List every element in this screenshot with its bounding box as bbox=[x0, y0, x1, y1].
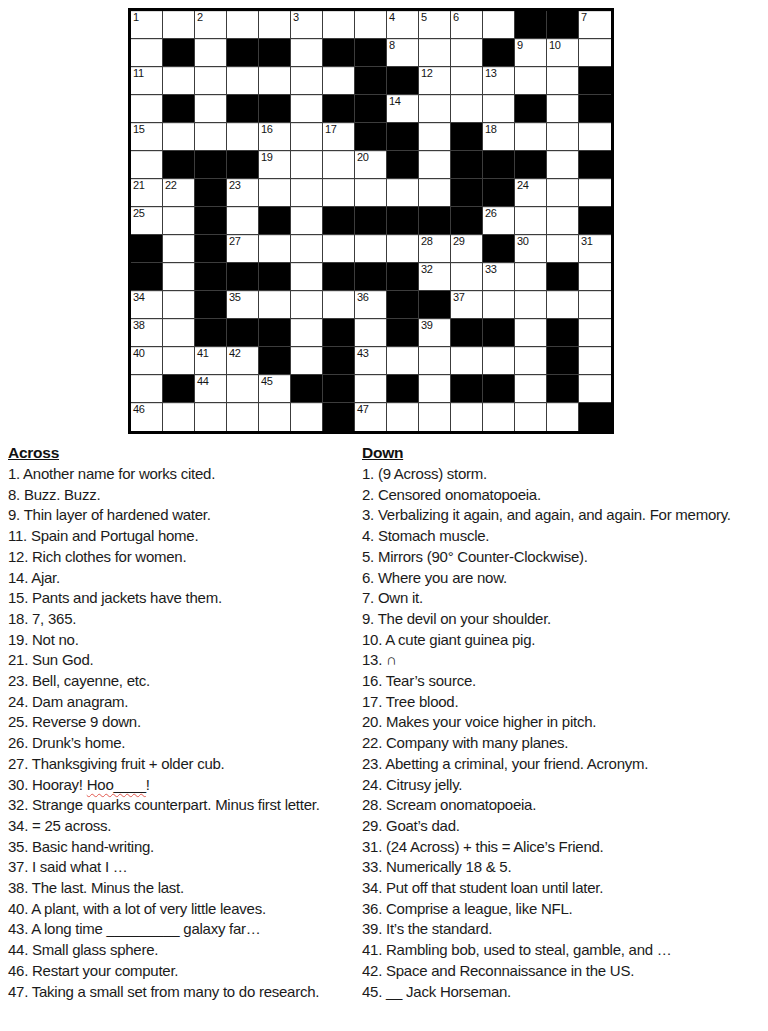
black-cell bbox=[387, 207, 419, 235]
cell-number: 9 bbox=[517, 39, 523, 52]
white-cell[interactable] bbox=[259, 179, 291, 207]
black-cell bbox=[195, 291, 227, 319]
black-cell bbox=[195, 207, 227, 235]
clue-down-17: 17. Tree blood. bbox=[362, 692, 731, 713]
cell-number: 45 bbox=[261, 375, 273, 388]
black-cell bbox=[579, 207, 611, 235]
across-clues-section: Across 1. Another name for works cited.8… bbox=[8, 442, 320, 1002]
white-cell[interactable]: 11 bbox=[131, 67, 163, 95]
white-cell[interactable] bbox=[163, 263, 195, 291]
white-cell[interactable] bbox=[419, 39, 451, 67]
black-cell bbox=[451, 179, 483, 207]
white-cell[interactable] bbox=[291, 319, 323, 347]
cell-number: 6 bbox=[453, 11, 459, 24]
clue-across-32: 32. Strange quarks counterpart. Minus fi… bbox=[8, 795, 320, 816]
clue-across-9: 9. Thin layer of hardened water. bbox=[8, 505, 320, 526]
white-cell[interactable]: 34 bbox=[131, 291, 163, 319]
clue-down-24: 24. Citrusy jelly. bbox=[362, 775, 731, 796]
white-cell[interactable] bbox=[227, 375, 259, 403]
white-cell[interactable]: 24 bbox=[515, 179, 547, 207]
cell-number: 22 bbox=[165, 179, 177, 192]
cell-number: 27 bbox=[229, 235, 241, 248]
white-cell[interactable] bbox=[291, 263, 323, 291]
white-cell[interactable]: 16 bbox=[259, 123, 291, 151]
white-cell[interactable] bbox=[291, 347, 323, 375]
black-cell bbox=[259, 95, 291, 123]
white-cell[interactable] bbox=[579, 263, 611, 291]
cell-number: 29 bbox=[453, 235, 465, 248]
black-cell bbox=[387, 319, 419, 347]
clue-across-35: 35. Basic hand-writing. bbox=[8, 837, 320, 858]
black-cell bbox=[291, 375, 323, 403]
black-cell bbox=[579, 151, 611, 179]
white-cell[interactable]: 20 bbox=[355, 151, 387, 179]
black-cell bbox=[227, 95, 259, 123]
white-cell[interactable] bbox=[483, 11, 515, 39]
clue-down-16: 16. Tear’s source. bbox=[362, 671, 731, 692]
clue-down-33: 33. Numerically 18 & 5. bbox=[362, 857, 731, 878]
white-cell[interactable] bbox=[291, 151, 323, 179]
clue-down-3: 3. Verbalizing it again, and again, and … bbox=[362, 505, 731, 526]
white-cell[interactable] bbox=[515, 291, 547, 319]
white-cell[interactable] bbox=[419, 95, 451, 123]
clue-across-23: 23. Bell, cayenne, etc. bbox=[8, 671, 320, 692]
white-cell[interactable]: 39 bbox=[419, 319, 451, 347]
white-cell[interactable] bbox=[131, 151, 163, 179]
black-cell bbox=[259, 39, 291, 67]
white-cell[interactable] bbox=[451, 39, 483, 67]
white-cell[interactable] bbox=[515, 403, 547, 431]
white-cell[interactable] bbox=[483, 291, 515, 319]
clue-down-4: 4. Stomach muscle. bbox=[362, 526, 731, 547]
clue-across-1: 1. Another name for works cited. bbox=[8, 464, 320, 485]
black-cell bbox=[547, 347, 579, 375]
white-cell[interactable] bbox=[291, 179, 323, 207]
black-cell bbox=[451, 375, 483, 403]
white-cell[interactable] bbox=[547, 151, 579, 179]
white-cell[interactable] bbox=[419, 375, 451, 403]
cell-number: 5 bbox=[421, 11, 427, 24]
white-cell[interactable] bbox=[163, 67, 195, 95]
black-cell bbox=[547, 11, 579, 39]
cell-number: 14 bbox=[389, 95, 401, 108]
black-cell bbox=[547, 375, 579, 403]
black-cell bbox=[515, 95, 547, 123]
white-cell[interactable] bbox=[451, 403, 483, 431]
white-cell[interactable] bbox=[547, 207, 579, 235]
white-cell[interactable] bbox=[259, 11, 291, 39]
clue-down-22: 22. Company with many planes. bbox=[362, 733, 731, 754]
black-cell bbox=[227, 319, 259, 347]
black-cell bbox=[387, 263, 419, 291]
white-cell[interactable] bbox=[227, 207, 259, 235]
across-clue-list: 1. Another name for works cited.8. Buzz.… bbox=[8, 464, 320, 1002]
cell-number: 31 bbox=[581, 235, 593, 248]
white-cell[interactable]: 7 bbox=[579, 11, 611, 39]
white-cell[interactable] bbox=[451, 95, 483, 123]
clue-across-8: 8. Buzz. Buzz. bbox=[8, 485, 320, 506]
white-cell[interactable] bbox=[355, 11, 387, 39]
cell-number: 40 bbox=[133, 347, 145, 360]
cell-number: 36 bbox=[357, 291, 369, 304]
white-cell[interactable] bbox=[547, 67, 579, 95]
white-cell[interactable] bbox=[195, 403, 227, 431]
white-cell[interactable] bbox=[323, 179, 355, 207]
white-cell[interactable]: 6 bbox=[451, 11, 483, 39]
clue-down-39: 39. It’s the standard. bbox=[362, 919, 731, 940]
white-cell[interactable]: 15 bbox=[131, 123, 163, 151]
black-cell bbox=[195, 263, 227, 291]
white-cell[interactable] bbox=[387, 179, 419, 207]
white-cell[interactable]: 25 bbox=[131, 207, 163, 235]
white-cell[interactable]: 21 bbox=[131, 179, 163, 207]
black-cell bbox=[195, 179, 227, 207]
down-clue-list: 1. (9 Across) storm.2. Censored onomatop… bbox=[362, 464, 731, 1002]
white-cell[interactable]: 9 bbox=[515, 39, 547, 67]
white-cell[interactable] bbox=[419, 179, 451, 207]
white-cell[interactable]: 38 bbox=[131, 319, 163, 347]
white-cell[interactable] bbox=[483, 347, 515, 375]
white-cell[interactable] bbox=[387, 347, 419, 375]
down-clues-section: Down 1. (9 Across) storm.2. Censored ono… bbox=[362, 442, 731, 1002]
white-cell[interactable] bbox=[483, 95, 515, 123]
white-cell[interactable]: 10 bbox=[547, 39, 579, 67]
black-cell bbox=[451, 319, 483, 347]
clue-across-18: 18. 7, 365. bbox=[8, 609, 320, 630]
white-cell[interactable]: 33 bbox=[483, 263, 515, 291]
black-cell bbox=[259, 263, 291, 291]
black-cell bbox=[515, 151, 547, 179]
white-cell[interactable]: 29 bbox=[451, 235, 483, 263]
white-cell[interactable]: 5 bbox=[419, 11, 451, 39]
cell-number: 42 bbox=[229, 347, 241, 360]
white-cell[interactable] bbox=[163, 123, 195, 151]
white-cell[interactable]: 19 bbox=[259, 151, 291, 179]
cell-number: 25 bbox=[133, 207, 145, 220]
clue-across-38: 38. The last. Minus the last. bbox=[8, 878, 320, 899]
white-cell[interactable] bbox=[515, 347, 547, 375]
clue-down-28: 28. Scream onomatopoeia. bbox=[362, 795, 731, 816]
white-cell[interactable] bbox=[291, 39, 323, 67]
black-cell bbox=[195, 151, 227, 179]
white-cell[interactable] bbox=[579, 179, 611, 207]
white-cell[interactable] bbox=[515, 375, 547, 403]
black-cell bbox=[387, 151, 419, 179]
white-cell[interactable] bbox=[131, 375, 163, 403]
misspelling-squiggle: Hoo____ bbox=[87, 776, 146, 793]
clue-across-25: 25. Reverse 9 down. bbox=[8, 712, 320, 733]
black-cell bbox=[419, 291, 451, 319]
black-cell bbox=[323, 403, 355, 431]
white-cell[interactable] bbox=[163, 319, 195, 347]
white-cell[interactable] bbox=[131, 39, 163, 67]
clue-across-40: 40. A plant, with a lot of very little l… bbox=[8, 899, 320, 920]
clue-down-42: 42. Space and Reconnaissance in the US. bbox=[362, 961, 731, 982]
clue-across-37: 37. I said what I … bbox=[8, 857, 320, 878]
black-cell bbox=[227, 151, 259, 179]
white-cell[interactable] bbox=[227, 403, 259, 431]
white-cell[interactable] bbox=[291, 67, 323, 95]
white-cell[interactable]: 42 bbox=[227, 347, 259, 375]
black-cell bbox=[483, 151, 515, 179]
clue-down-31: 31. (24 Across) + this = Alice’s Friend. bbox=[362, 837, 731, 858]
clue-down-9: 9. The devil on your shoulder. bbox=[362, 609, 731, 630]
black-cell bbox=[483, 235, 515, 263]
cell-number: 10 bbox=[549, 39, 561, 52]
white-cell[interactable] bbox=[355, 319, 387, 347]
white-cell[interactable] bbox=[355, 375, 387, 403]
black-cell bbox=[323, 347, 355, 375]
clue-down-5: 5. Mirrors (90° Counter-Clockwise). bbox=[362, 547, 731, 568]
black-cell bbox=[259, 319, 291, 347]
white-cell[interactable] bbox=[131, 95, 163, 123]
white-cell[interactable]: 37 bbox=[451, 291, 483, 319]
white-cell[interactable]: 46 bbox=[131, 403, 163, 431]
white-cell[interactable] bbox=[323, 291, 355, 319]
cell-number: 13 bbox=[485, 67, 497, 80]
white-cell[interactable] bbox=[579, 319, 611, 347]
white-cell[interactable]: 31 bbox=[579, 235, 611, 263]
white-cell[interactable]: 43 bbox=[355, 347, 387, 375]
cell-number: 8 bbox=[389, 39, 395, 52]
white-cell[interactable] bbox=[163, 403, 195, 431]
white-cell[interactable] bbox=[227, 67, 259, 95]
white-cell[interactable] bbox=[163, 235, 195, 263]
black-cell bbox=[323, 319, 355, 347]
cell-number: 20 bbox=[357, 151, 369, 164]
white-cell[interactable] bbox=[195, 123, 227, 151]
white-cell[interactable]: 45 bbox=[259, 375, 291, 403]
clue-down-34: 34. Put off that student loan until late… bbox=[362, 878, 731, 899]
white-cell[interactable] bbox=[259, 291, 291, 319]
white-cell[interactable]: 2 bbox=[195, 11, 227, 39]
white-cell[interactable] bbox=[451, 347, 483, 375]
cell-number: 17 bbox=[325, 123, 337, 136]
black-cell bbox=[355, 263, 387, 291]
black-cell bbox=[387, 123, 419, 151]
cell-number: 2 bbox=[197, 11, 203, 24]
black-cell bbox=[419, 207, 451, 235]
white-cell[interactable]: 1 bbox=[131, 11, 163, 39]
black-cell bbox=[451, 151, 483, 179]
clue-across-14: 14. Ajar. bbox=[8, 568, 320, 589]
white-cell[interactable] bbox=[515, 319, 547, 347]
white-cell[interactable]: 32 bbox=[419, 263, 451, 291]
white-cell[interactable] bbox=[259, 403, 291, 431]
black-cell bbox=[355, 207, 387, 235]
cell-number: 16 bbox=[261, 123, 273, 136]
white-cell[interactable]: 28 bbox=[419, 235, 451, 263]
crossword-grid[interactable]: 1234567891011121314151617181920212223242… bbox=[128, 8, 614, 434]
white-cell[interactable] bbox=[291, 235, 323, 263]
white-cell[interactable] bbox=[163, 347, 195, 375]
black-cell bbox=[387, 67, 419, 95]
black-cell bbox=[131, 235, 163, 263]
white-cell[interactable] bbox=[163, 11, 195, 39]
white-cell[interactable]: 40 bbox=[131, 347, 163, 375]
cell-number: 43 bbox=[357, 347, 369, 360]
white-cell[interactable] bbox=[515, 263, 547, 291]
white-cell[interactable] bbox=[227, 11, 259, 39]
white-cell[interactable] bbox=[483, 403, 515, 431]
black-cell bbox=[259, 347, 291, 375]
white-cell[interactable] bbox=[195, 39, 227, 67]
cell-number: 39 bbox=[421, 319, 433, 332]
white-cell[interactable] bbox=[451, 67, 483, 95]
white-cell[interactable] bbox=[291, 403, 323, 431]
clue-across-44: 44. Small glass sphere. bbox=[8, 940, 320, 961]
white-cell[interactable] bbox=[323, 67, 355, 95]
white-cell[interactable] bbox=[579, 39, 611, 67]
white-cell[interactable]: 47 bbox=[355, 403, 387, 431]
clue-across-24: 24. Dam anagram. bbox=[8, 692, 320, 713]
black-cell bbox=[323, 263, 355, 291]
white-cell[interactable]: 35 bbox=[227, 291, 259, 319]
black-cell bbox=[579, 403, 611, 431]
black-cell bbox=[483, 39, 515, 67]
white-cell[interactable] bbox=[515, 207, 547, 235]
white-cell[interactable] bbox=[547, 403, 579, 431]
white-cell[interactable]: 30 bbox=[515, 235, 547, 263]
black-cell bbox=[163, 375, 195, 403]
white-cell[interactable] bbox=[579, 291, 611, 319]
white-cell[interactable] bbox=[163, 291, 195, 319]
white-cell[interactable] bbox=[579, 123, 611, 151]
clue-down-6: 6. Where you are now. bbox=[362, 568, 731, 589]
white-cell[interactable]: 18 bbox=[483, 123, 515, 151]
black-cell bbox=[355, 123, 387, 151]
down-header: Down bbox=[362, 442, 731, 464]
clue-across-21: 21. Sun God. bbox=[8, 650, 320, 671]
white-cell[interactable] bbox=[227, 123, 259, 151]
black-cell bbox=[163, 39, 195, 67]
white-cell[interactable] bbox=[195, 67, 227, 95]
white-cell[interactable] bbox=[547, 291, 579, 319]
cell-number: 46 bbox=[133, 403, 145, 416]
black-cell bbox=[355, 39, 387, 67]
white-cell[interactable] bbox=[355, 179, 387, 207]
white-cell[interactable] bbox=[195, 95, 227, 123]
white-cell[interactable] bbox=[547, 95, 579, 123]
clue-down-2: 2. Censored onomatopoeia. bbox=[362, 485, 731, 506]
cell-number: 34 bbox=[133, 291, 145, 304]
white-cell[interactable] bbox=[419, 151, 451, 179]
white-cell[interactable] bbox=[259, 235, 291, 263]
clue-across-30: 30. Hooray! Hoo____! bbox=[8, 775, 320, 796]
clue-down-13: 13. ∩ bbox=[362, 650, 731, 671]
white-cell[interactable]: 4 bbox=[387, 11, 419, 39]
white-cell[interactable] bbox=[419, 347, 451, 375]
white-cell[interactable] bbox=[419, 403, 451, 431]
black-cell bbox=[387, 291, 419, 319]
cell-number: 28 bbox=[421, 235, 433, 248]
clue-down-10: 10. A cute giant guinea pig. bbox=[362, 630, 731, 651]
black-cell bbox=[451, 123, 483, 151]
white-cell[interactable]: 36 bbox=[355, 291, 387, 319]
black-cell bbox=[259, 207, 291, 235]
cell-number: 11 bbox=[133, 67, 144, 80]
white-cell[interactable]: 12 bbox=[419, 67, 451, 95]
cell-number: 24 bbox=[517, 179, 529, 192]
white-cell[interactable] bbox=[451, 263, 483, 291]
white-cell[interactable] bbox=[291, 207, 323, 235]
cell-number: 44 bbox=[197, 375, 209, 388]
white-cell[interactable] bbox=[547, 179, 579, 207]
white-cell[interactable] bbox=[355, 235, 387, 263]
cell-number: 21 bbox=[133, 179, 145, 192]
clue-across-47: 47. Taking a small set from many to do r… bbox=[8, 982, 320, 1003]
cell-number: 1 bbox=[133, 11, 139, 24]
white-cell[interactable] bbox=[419, 123, 451, 151]
clue-across-15: 15. Pants and jackets have them. bbox=[8, 588, 320, 609]
white-cell[interactable]: 3 bbox=[291, 11, 323, 39]
clue-down-20: 20. Makes your voice higher in pitch. bbox=[362, 712, 731, 733]
white-cell[interactable] bbox=[515, 123, 547, 151]
white-cell[interactable]: 27 bbox=[227, 235, 259, 263]
white-cell[interactable] bbox=[547, 235, 579, 263]
cell-number: 38 bbox=[133, 319, 145, 332]
black-cell bbox=[483, 179, 515, 207]
black-cell bbox=[323, 207, 355, 235]
cell-number: 23 bbox=[229, 179, 241, 192]
white-cell[interactable]: 22 bbox=[163, 179, 195, 207]
white-cell[interactable]: 44 bbox=[195, 375, 227, 403]
white-cell[interactable] bbox=[323, 11, 355, 39]
black-cell bbox=[195, 235, 227, 263]
white-cell[interactable]: 13 bbox=[483, 67, 515, 95]
white-cell[interactable] bbox=[291, 123, 323, 151]
black-cell bbox=[387, 375, 419, 403]
cell-number: 12 bbox=[421, 67, 433, 80]
black-cell bbox=[547, 263, 579, 291]
white-cell[interactable] bbox=[259, 67, 291, 95]
white-cell[interactable]: 8 bbox=[387, 39, 419, 67]
clue-down-45: 45. __ Jack Horseman. bbox=[362, 982, 731, 1003]
white-cell[interactable] bbox=[579, 347, 611, 375]
white-cell[interactable] bbox=[387, 403, 419, 431]
cell-number: 4 bbox=[389, 11, 395, 24]
clue-down-7: 7. Own it. bbox=[362, 588, 731, 609]
white-cell[interactable]: 26 bbox=[483, 207, 515, 235]
clue-across-12: 12. Rich clothes for women. bbox=[8, 547, 320, 568]
white-cell[interactable] bbox=[323, 235, 355, 263]
cell-number: 26 bbox=[485, 207, 497, 220]
black-cell bbox=[323, 375, 355, 403]
white-cell[interactable] bbox=[291, 291, 323, 319]
clue-across-26: 26. Drunk’s home. bbox=[8, 733, 320, 754]
black-cell bbox=[323, 95, 355, 123]
white-cell[interactable]: 14 bbox=[387, 95, 419, 123]
white-cell[interactable] bbox=[579, 375, 611, 403]
black-cell bbox=[163, 95, 195, 123]
cell-number: 19 bbox=[261, 151, 273, 164]
white-cell[interactable] bbox=[547, 123, 579, 151]
white-cell[interactable] bbox=[387, 235, 419, 263]
white-cell[interactable] bbox=[291, 95, 323, 123]
black-cell bbox=[547, 319, 579, 347]
white-cell[interactable]: 23 bbox=[227, 179, 259, 207]
white-cell[interactable] bbox=[323, 151, 355, 179]
white-cell[interactable] bbox=[515, 67, 547, 95]
clue-down-1: 1. (9 Across) storm. bbox=[362, 464, 731, 485]
black-cell bbox=[195, 319, 227, 347]
clue-down-23: 23. Abetting a criminal, your friend. Ac… bbox=[362, 754, 731, 775]
white-cell[interactable] bbox=[163, 207, 195, 235]
black-cell bbox=[163, 151, 195, 179]
white-cell[interactable]: 41 bbox=[195, 347, 227, 375]
white-cell[interactable]: 17 bbox=[323, 123, 355, 151]
black-cell bbox=[131, 263, 163, 291]
